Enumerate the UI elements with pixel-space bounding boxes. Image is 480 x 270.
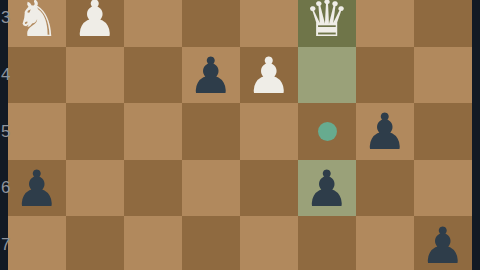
square-d3[interactable] — [240, 0, 298, 47]
white-knight-h3: ♞ — [15, 0, 60, 44]
square-f5[interactable] — [124, 103, 182, 160]
white-pawn-d4: ♟ — [247, 51, 292, 101]
square-b4[interactable] — [356, 47, 414, 104]
square-g5[interactable] — [66, 103, 124, 160]
square-a4[interactable] — [414, 47, 472, 104]
square-d6[interactable] — [240, 160, 298, 217]
square-e3[interactable] — [182, 0, 240, 47]
square-a6[interactable] — [414, 160, 472, 217]
square-c4[interactable] — [298, 47, 356, 104]
square-d4[interactable]: ♟ — [240, 47, 298, 104]
square-f3[interactable] — [124, 0, 182, 47]
square-c3[interactable]: ♛ — [298, 0, 356, 47]
square-e5[interactable] — [182, 103, 240, 160]
white-pawn-g3: ♟ — [73, 0, 118, 44]
black-pawn-b5: ♟ — [363, 107, 408, 157]
square-c6[interactable]: ♟ — [298, 160, 356, 217]
square-h5[interactable] — [8, 103, 66, 160]
rank-label-3: 3 — [1, 8, 10, 28]
square-h3[interactable]: ♞ — [8, 0, 66, 47]
square-c7[interactable] — [298, 216, 356, 270]
square-g4[interactable] — [66, 47, 124, 104]
square-a5[interactable] — [414, 103, 472, 160]
square-b7[interactable] — [356, 216, 414, 270]
square-h7[interactable] — [8, 216, 66, 270]
legal-move-dot — [318, 122, 337, 141]
square-d5[interactable] — [240, 103, 298, 160]
square-g3[interactable]: ♟ — [66, 0, 124, 47]
square-b5[interactable]: ♟ — [356, 103, 414, 160]
rank-label-6: 6 — [1, 178, 10, 198]
white-queen-c3: ♛ — [305, 0, 350, 44]
square-d7[interactable] — [240, 216, 298, 270]
rank-label-7: 7 — [1, 235, 10, 255]
square-a7[interactable]: ♟ — [414, 216, 472, 270]
square-g7[interactable] — [66, 216, 124, 270]
black-pawn-h6: ♟ — [15, 164, 60, 214]
rank-label-5: 5 — [1, 122, 10, 142]
square-f4[interactable] — [124, 47, 182, 104]
square-g6[interactable] — [66, 160, 124, 217]
chess-app-screen: ♞♟♛♟♟♟♟♟♟ 34567 — [0, 0, 480, 270]
black-pawn-e4: ♟ — [189, 51, 234, 101]
black-pawn-c6: ♟ — [305, 164, 350, 214]
rank-label-4: 4 — [1, 65, 10, 85]
chess-board: ♞♟♛♟♟♟♟♟♟ — [8, 0, 472, 270]
square-h4[interactable] — [8, 47, 66, 104]
square-f7[interactable] — [124, 216, 182, 270]
square-b6[interactable] — [356, 160, 414, 217]
square-h6[interactable]: ♟ — [8, 160, 66, 217]
square-a3[interactable] — [414, 0, 472, 47]
square-b3[interactable] — [356, 0, 414, 47]
black-pawn-a7: ♟ — [421, 221, 466, 270]
square-c5[interactable] — [298, 103, 356, 160]
square-f6[interactable] — [124, 160, 182, 217]
square-e7[interactable] — [182, 216, 240, 270]
square-e6[interactable] — [182, 160, 240, 217]
square-e4[interactable]: ♟ — [182, 47, 240, 104]
